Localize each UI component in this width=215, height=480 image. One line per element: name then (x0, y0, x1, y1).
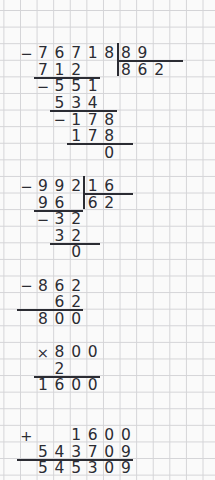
result-underline (17, 309, 83, 311)
result-underline (34, 210, 84, 212)
digit-glyph: 0 (84, 378, 101, 395)
digit-glyph: 8 (101, 112, 118, 129)
result-underline (50, 110, 116, 112)
digit-glyph: 1 (84, 79, 101, 96)
operator-glyph: − (18, 179, 35, 196)
digit-glyph: 1 (68, 428, 85, 445)
digit-glyph: 8 (101, 46, 118, 63)
digit-glyph: 5 (35, 461, 52, 478)
digit-glyph: 7 (68, 46, 85, 63)
operator-glyph: − (51, 112, 68, 129)
digit-glyph: 7 (35, 46, 52, 63)
digit-glyph: 1 (84, 46, 101, 63)
operator-glyph: − (35, 79, 52, 96)
division-bracket-bar (117, 43, 119, 76)
digit-glyph: 6 (51, 278, 68, 295)
digit-glyph: 9 (51, 179, 68, 196)
digit-glyph: 0 (101, 145, 118, 162)
digit-glyph: 6 (51, 46, 68, 63)
result-underline (34, 376, 100, 378)
digit-glyph: 0 (51, 311, 68, 328)
digit-glyph: 7 (84, 112, 101, 129)
digit-glyph: 0 (84, 345, 101, 362)
digit-glyph: 0 (68, 245, 85, 262)
digit-glyph: 6 (51, 378, 68, 395)
digit-glyph: 0 (68, 345, 85, 362)
operator-glyph: − (35, 212, 52, 229)
digit-glyph: 5 (68, 461, 85, 478)
digit-glyph: 6 (134, 62, 151, 79)
digit-glyph: 4 (51, 461, 68, 478)
result-underline (17, 459, 133, 461)
digit-glyph: 8 (118, 62, 135, 79)
result-underline (83, 193, 133, 195)
digit-glyph: 0 (68, 311, 85, 328)
digit-glyph: 9 (35, 179, 52, 196)
digit-glyph: 2 (68, 278, 85, 295)
digit-glyph: 1 (68, 112, 85, 129)
result-underline (34, 77, 100, 79)
digit-glyph: 0 (68, 378, 85, 395)
digit-glyph: 2 (68, 179, 85, 196)
digit-glyph: 5 (51, 79, 68, 96)
digit-glyph: 0 (101, 428, 118, 445)
division-bracket-bar (83, 176, 85, 209)
digit-glyph: 1 (35, 378, 52, 395)
digit-glyph: 3 (84, 461, 101, 478)
digit-glyph: 5 (68, 79, 85, 96)
digit-glyph: 8 (35, 278, 52, 295)
digit-glyph: 2 (151, 62, 168, 79)
digit-glyph: 8 (51, 345, 68, 362)
digit-glyph: 6 (84, 195, 101, 212)
result-underline (50, 243, 100, 245)
digit-glyph: 0 (101, 461, 118, 478)
digit-glyph: 2 (101, 195, 118, 212)
graph-paper-worksheet: −7671889712862−551534−1781780−992169662−… (0, 0, 215, 480)
result-underline (117, 60, 183, 62)
digit-glyph: 3 (51, 212, 68, 229)
digit-glyph: 2 (68, 212, 85, 229)
operator-glyph: − (18, 278, 35, 295)
result-underline (67, 143, 133, 145)
digit-glyph: 0 (118, 428, 135, 445)
operator-glyph: − (18, 46, 35, 63)
digit-glyph: 6 (84, 428, 101, 445)
operator-glyph: × (35, 345, 52, 362)
digit-glyph: 8 (35, 311, 52, 328)
operator-glyph: + (18, 428, 35, 445)
digit-glyph: 9 (118, 461, 135, 478)
